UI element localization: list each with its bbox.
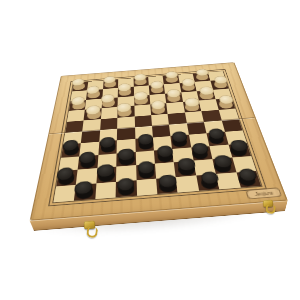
black-man <box>138 166 155 179</box>
piece-top <box>182 78 196 86</box>
black-man <box>178 162 196 175</box>
square-r6c2 <box>81 130 100 143</box>
square-r3c3 <box>101 97 117 108</box>
square-r7c7 <box>171 135 191 149</box>
square-r7c1 <box>61 143 81 157</box>
light-man <box>218 99 234 108</box>
black-man <box>171 136 188 147</box>
light-man <box>195 73 209 81</box>
black-man <box>159 179 177 193</box>
stamp-text: Jeujura <box>254 191 273 197</box>
square-r5c9 <box>202 110 222 122</box>
square-r10c7 <box>176 175 199 192</box>
clasp-hook-icon <box>265 204 276 214</box>
checkers-board: Jeujura <box>30 62 288 220</box>
piece-top <box>134 73 147 81</box>
square-r10c5 <box>136 178 157 195</box>
light-man <box>151 105 165 115</box>
clasp-hook-icon <box>86 226 99 239</box>
board-frame: Jeujura <box>30 62 288 220</box>
light-man <box>165 75 178 83</box>
light-man <box>119 88 132 97</box>
black-man <box>191 147 209 159</box>
maker-stamp: Jeujura <box>245 187 282 199</box>
square-r5c7 <box>168 112 187 124</box>
light-man <box>87 90 101 99</box>
square-r5c6 <box>151 114 169 126</box>
piece-top <box>62 140 79 152</box>
piece-top <box>117 103 131 113</box>
black-man <box>138 139 154 151</box>
black-man <box>157 150 174 162</box>
black-man <box>229 144 248 156</box>
square-r9c7 <box>174 161 196 177</box>
black-man <box>119 153 135 165</box>
black-man <box>200 176 219 190</box>
square-r5c2 <box>83 119 101 132</box>
square-r6c4 <box>117 127 135 140</box>
board-grid <box>54 71 262 202</box>
piece-top <box>150 81 164 89</box>
piece-top <box>97 164 114 177</box>
square-r7c9 <box>207 132 228 146</box>
square-r4c4 <box>118 106 135 118</box>
square-r4c5 <box>134 105 151 117</box>
square-r5c8 <box>185 111 204 123</box>
brass-clasp-left <box>84 221 96 230</box>
black-man <box>208 133 226 144</box>
square-r7c3 <box>98 141 117 155</box>
square-r5c10 <box>218 108 238 120</box>
piece-top <box>138 134 154 145</box>
light-man <box>167 93 181 102</box>
light-man <box>199 91 214 100</box>
piece-top <box>171 131 188 142</box>
black-man <box>237 173 258 187</box>
light-man <box>73 82 86 90</box>
light-man <box>213 80 228 88</box>
product-photo: Jeujura <box>0 0 300 300</box>
square-r10c8 <box>196 174 220 191</box>
piece-top <box>79 151 96 163</box>
square-r10c10 <box>236 171 261 188</box>
square-r3c9 <box>197 90 216 101</box>
square-r9c3 <box>96 167 116 183</box>
black-man <box>80 156 97 168</box>
square-r10c1 <box>54 185 77 203</box>
square-r9c5 <box>136 164 156 180</box>
light-man <box>135 96 149 105</box>
light-man <box>118 107 132 117</box>
black-man <box>98 169 115 182</box>
square-r10c6 <box>156 177 178 194</box>
black-man <box>63 144 79 156</box>
square-r3c7 <box>165 92 183 103</box>
light-man <box>102 98 116 107</box>
light-man <box>150 85 164 93</box>
light-man <box>104 80 117 88</box>
black-man <box>213 160 232 173</box>
piece-top <box>138 161 155 174</box>
piece-top <box>159 174 177 188</box>
black-man <box>57 172 75 185</box>
square-r5c3 <box>100 118 118 130</box>
square-r10c2 <box>74 183 96 200</box>
light-man <box>87 110 101 120</box>
black-man <box>75 186 93 200</box>
square-r10c4 <box>116 180 137 197</box>
light-man <box>185 102 200 111</box>
light-man <box>72 101 86 110</box>
square-r4c8 <box>183 101 202 113</box>
black-man <box>101 141 116 153</box>
light-man <box>135 78 148 86</box>
brass-clasp-right <box>263 199 274 207</box>
square-r10c3 <box>95 182 116 199</box>
light-man <box>182 83 196 91</box>
play-area <box>52 71 262 204</box>
black-man <box>118 182 135 196</box>
